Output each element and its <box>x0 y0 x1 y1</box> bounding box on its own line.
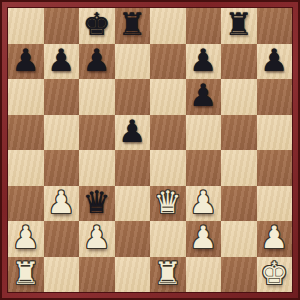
square-e2[interactable] <box>150 221 186 257</box>
square-a4[interactable] <box>8 150 44 186</box>
square-g2[interactable] <box>221 221 257 257</box>
square-c5[interactable] <box>79 115 115 151</box>
black-pawn[interactable]: ♟ <box>118 116 146 147</box>
square-d3[interactable] <box>115 186 151 222</box>
square-h2[interactable]: ♟ <box>257 221 293 257</box>
square-a5[interactable] <box>8 115 44 151</box>
black-rook[interactable]: ♜ <box>118 9 146 40</box>
white-pawn[interactable]: ♟ <box>189 187 217 218</box>
square-f4[interactable] <box>186 150 222 186</box>
square-e4[interactable] <box>150 150 186 186</box>
square-c6[interactable] <box>79 79 115 115</box>
square-f5[interactable] <box>186 115 222 151</box>
square-d7[interactable] <box>115 44 151 80</box>
square-c1[interactable] <box>79 257 115 293</box>
square-f7[interactable]: ♟ <box>186 44 222 80</box>
white-pawn[interactable]: ♟ <box>189 222 217 253</box>
square-h5[interactable] <box>257 115 293 151</box>
square-g1[interactable] <box>221 257 257 293</box>
square-a8[interactable] <box>8 8 44 44</box>
square-g4[interactable] <box>221 150 257 186</box>
square-a6[interactable] <box>8 79 44 115</box>
square-d8[interactable]: ♜ <box>115 8 151 44</box>
square-h7[interactable]: ♟ <box>257 44 293 80</box>
white-rook[interactable]: ♜ <box>154 258 182 289</box>
black-pawn[interactable]: ♟ <box>83 45 111 76</box>
square-b2[interactable] <box>44 221 80 257</box>
square-h3[interactable] <box>257 186 293 222</box>
square-f1[interactable] <box>186 257 222 293</box>
square-b8[interactable] <box>44 8 80 44</box>
square-e7[interactable] <box>150 44 186 80</box>
square-h8[interactable] <box>257 8 293 44</box>
square-h4[interactable] <box>257 150 293 186</box>
square-g8[interactable]: ♜ <box>221 8 257 44</box>
square-a3[interactable] <box>8 186 44 222</box>
square-b3[interactable]: ♟ <box>44 186 80 222</box>
square-c2[interactable]: ♟ <box>79 221 115 257</box>
square-e6[interactable] <box>150 79 186 115</box>
square-g5[interactable] <box>221 115 257 151</box>
black-pawn[interactable]: ♟ <box>189 45 217 76</box>
square-a1[interactable]: ♜ <box>8 257 44 293</box>
white-pawn[interactable]: ♟ <box>12 222 40 253</box>
square-c3[interactable]: ♛ <box>79 186 115 222</box>
square-h1[interactable]: ♚ <box>257 257 293 293</box>
black-pawn[interactable]: ♟ <box>12 45 40 76</box>
square-g6[interactable] <box>221 79 257 115</box>
square-d2[interactable] <box>115 221 151 257</box>
board-frame: ♚♜♜♟♟♟♟♟♟♟♟♛♛♟♟♟♟♟♜♜♚ <box>0 0 300 300</box>
square-a7[interactable]: ♟ <box>8 44 44 80</box>
square-e5[interactable] <box>150 115 186 151</box>
square-a2[interactable]: ♟ <box>8 221 44 257</box>
square-g3[interactable] <box>221 186 257 222</box>
square-e8[interactable] <box>150 8 186 44</box>
square-b5[interactable] <box>44 115 80 151</box>
white-queen[interactable]: ♛ <box>154 187 182 218</box>
square-e3[interactable]: ♛ <box>150 186 186 222</box>
square-c8[interactable]: ♚ <box>79 8 115 44</box>
square-b4[interactable] <box>44 150 80 186</box>
square-g7[interactable] <box>221 44 257 80</box>
square-d4[interactable] <box>115 150 151 186</box>
square-h6[interactable] <box>257 79 293 115</box>
black-king[interactable]: ♚ <box>83 9 111 40</box>
square-b6[interactable] <box>44 79 80 115</box>
white-pawn[interactable]: ♟ <box>260 222 288 253</box>
square-d5[interactable]: ♟ <box>115 115 151 151</box>
square-d6[interactable] <box>115 79 151 115</box>
square-f3[interactable]: ♟ <box>186 186 222 222</box>
black-pawn[interactable]: ♟ <box>47 45 75 76</box>
square-f2[interactable]: ♟ <box>186 221 222 257</box>
chess-board: ♚♜♜♟♟♟♟♟♟♟♟♛♛♟♟♟♟♟♜♜♚ <box>7 7 293 293</box>
white-rook[interactable]: ♜ <box>12 258 40 289</box>
square-f8[interactable] <box>186 8 222 44</box>
black-queen[interactable]: ♛ <box>83 187 111 218</box>
square-b1[interactable] <box>44 257 80 293</box>
square-d1[interactable] <box>115 257 151 293</box>
black-pawn[interactable]: ♟ <box>260 45 288 76</box>
square-f6[interactable]: ♟ <box>186 79 222 115</box>
white-pawn[interactable]: ♟ <box>47 187 75 218</box>
white-king[interactable]: ♚ <box>260 258 288 289</box>
black-pawn[interactable]: ♟ <box>189 80 217 111</box>
white-pawn[interactable]: ♟ <box>83 222 111 253</box>
square-b7[interactable]: ♟ <box>44 44 80 80</box>
square-e1[interactable]: ♜ <box>150 257 186 293</box>
black-rook[interactable]: ♜ <box>225 9 253 40</box>
square-c7[interactable]: ♟ <box>79 44 115 80</box>
square-c4[interactable] <box>79 150 115 186</box>
